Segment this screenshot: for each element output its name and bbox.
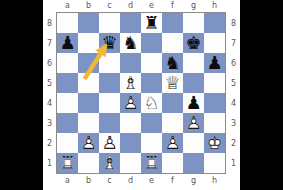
square-e6[interactable] — [141, 53, 162, 73]
square-c6[interactable] — [99, 53, 120, 73]
rank-label-7: 7 — [227, 33, 240, 53]
square-h6[interactable]: ♟ — [204, 53, 225, 73]
file-labels-bottom: abcdefgh — [57, 175, 225, 189]
square-d7[interactable]: ♞ — [120, 33, 141, 53]
white-bishop-fill: ♝ — [99, 153, 120, 173]
square-a3[interactable] — [57, 113, 78, 133]
square-c4[interactable] — [99, 93, 120, 113]
square-a4[interactable] — [57, 93, 78, 113]
white-pawn-fill: ♟ — [78, 133, 99, 153]
square-c3[interactable] — [99, 113, 120, 133]
square-a8[interactable] — [57, 13, 78, 33]
square-c2[interactable]: ♟♙ — [99, 133, 120, 153]
square-a2[interactable] — [57, 133, 78, 153]
square-e4[interactable]: ♞♘ — [141, 93, 162, 113]
square-a5[interactable] — [57, 73, 78, 93]
rank-label-1: 1 — [43, 153, 56, 173]
file-label-d: d — [120, 0, 141, 12]
square-d6[interactable] — [120, 53, 141, 73]
file-label-a: a — [57, 175, 78, 189]
rank-label-2: 2 — [43, 133, 56, 153]
rank-label-8: 8 — [43, 13, 56, 33]
square-e7[interactable] — [141, 33, 162, 53]
square-b8[interactable] — [78, 13, 99, 33]
square-d8[interactable] — [120, 13, 141, 33]
black-pawn: ♟ — [204, 53, 225, 73]
chess-diagram: abcdefgh 87654321 ♜♟♛♞♚♞♟♝♗♛♕♟♙♞♘♟♟♙♟♙♟♙… — [0, 0, 283, 190]
square-d3[interactable] — [120, 113, 141, 133]
square-d5[interactable]: ♝♗ — [120, 73, 141, 93]
square-h3[interactable] — [204, 113, 225, 133]
file-label-h: h — [204, 0, 225, 12]
square-c5[interactable] — [99, 73, 120, 93]
white-bishop: ♗ — [99, 153, 120, 173]
square-e3[interactable] — [141, 113, 162, 133]
square-g8[interactable] — [183, 13, 204, 33]
white-pawn-fill: ♟ — [162, 133, 183, 153]
square-h4[interactable] — [204, 93, 225, 113]
black-king: ♚ — [183, 33, 204, 53]
square-b4[interactable] — [78, 93, 99, 113]
white-pawn: ♙ — [99, 133, 120, 153]
rank-label-5: 5 — [43, 73, 56, 93]
black-rook: ♜ — [141, 13, 162, 33]
rank-label-1: 1 — [227, 153, 240, 173]
square-c1[interactable]: ♝♗ — [99, 153, 120, 173]
file-label-b: b — [78, 0, 99, 12]
file-label-d: d — [120, 175, 141, 189]
square-g7[interactable]: ♚ — [183, 33, 204, 53]
square-e5[interactable] — [141, 73, 162, 93]
square-b1[interactable] — [78, 153, 99, 173]
rank-label-6: 6 — [43, 53, 56, 73]
rank-label-5: 5 — [227, 73, 240, 93]
black-pawn: ♟ — [183, 93, 204, 113]
square-f1[interactable] — [162, 153, 183, 173]
white-rook-fill: ♜ — [141, 153, 162, 173]
square-c8[interactable] — [99, 13, 120, 33]
board-panel: abcdefgh 87654321 ♜♟♛♞♚♞♟♝♗♛♕♟♙♞♘♟♟♙♟♙♟♙… — [43, 0, 240, 190]
white-pawn: ♙ — [162, 133, 183, 153]
file-label-a: a — [57, 0, 78, 12]
file-label-f: f — [162, 175, 183, 189]
square-e1[interactable]: ♜♖ — [141, 153, 162, 173]
square-f5[interactable]: ♛♕ — [162, 73, 183, 93]
square-d1[interactable] — [120, 153, 141, 173]
black-queen: ♛ — [99, 33, 120, 53]
black-knight: ♞ — [120, 33, 141, 53]
square-d2[interactable] — [120, 133, 141, 153]
white-queen: ♕ — [162, 73, 183, 93]
square-g4[interactable]: ♟ — [183, 93, 204, 113]
square-e8[interactable]: ♜ — [141, 13, 162, 33]
white-rook: ♖ — [57, 153, 78, 173]
file-label-e: e — [141, 175, 162, 189]
square-f8[interactable] — [162, 13, 183, 33]
file-label-c: c — [99, 0, 120, 12]
file-labels-top: abcdefgh — [57, 0, 225, 12]
rank-label-3: 3 — [227, 113, 240, 133]
square-g2[interactable] — [183, 133, 204, 153]
rank-labels-right: 87654321 — [227, 13, 240, 173]
white-pawn-fill: ♟ — [183, 113, 204, 133]
file-label-e: e — [141, 0, 162, 12]
square-f7[interactable] — [162, 33, 183, 53]
white-queen-fill: ♛ — [162, 73, 183, 93]
square-b7[interactable] — [78, 33, 99, 53]
square-h2[interactable]: ♚♔ — [204, 133, 225, 153]
square-f4[interactable] — [162, 93, 183, 113]
square-f2[interactable]: ♟♙ — [162, 133, 183, 153]
white-bishop-fill: ♝ — [120, 73, 141, 93]
square-d4[interactable]: ♟♙ — [120, 93, 141, 113]
white-pawn: ♙ — [120, 93, 141, 113]
rank-label-2: 2 — [227, 133, 240, 153]
black-pawn: ♟ — [57, 33, 78, 53]
chess-board: ♜♟♛♞♚♞♟♝♗♛♕♟♙♞♘♟♟♙♟♙♟♙♟♙♚♔♜♖♝♗♜♖ — [56, 12, 226, 174]
white-king: ♔ — [204, 133, 225, 153]
square-b2[interactable]: ♟♙ — [78, 133, 99, 153]
white-pawn-fill: ♟ — [120, 93, 141, 113]
file-label-g: g — [183, 175, 204, 189]
file-label-f: f — [162, 0, 183, 12]
white-pawn-fill: ♟ — [99, 133, 120, 153]
square-a1[interactable]: ♜♖ — [57, 153, 78, 173]
square-b5[interactable] — [78, 73, 99, 93]
file-label-h: h — [204, 175, 225, 189]
rank-label-3: 3 — [43, 113, 56, 133]
square-e2[interactable] — [141, 133, 162, 153]
square-f3[interactable] — [162, 113, 183, 133]
rank-label-4: 4 — [43, 93, 56, 113]
white-king-fill: ♚ — [204, 133, 225, 153]
square-f6[interactable]: ♞ — [162, 53, 183, 73]
white-pawn: ♙ — [78, 133, 99, 153]
white-knight: ♘ — [141, 93, 162, 113]
rank-labels-left: 87654321 — [43, 13, 56, 173]
rank-label-6: 6 — [227, 53, 240, 73]
file-label-g: g — [183, 0, 204, 12]
square-b3[interactable] — [78, 113, 99, 133]
rank-label-8: 8 — [227, 13, 240, 33]
square-a7[interactable]: ♟ — [57, 33, 78, 53]
square-b6[interactable] — [78, 53, 99, 73]
square-a6[interactable] — [57, 53, 78, 73]
rank-label-4: 4 — [227, 93, 240, 113]
white-knight-fill: ♞ — [141, 93, 162, 113]
square-g5[interactable] — [183, 73, 204, 93]
square-g3[interactable]: ♟♙ — [183, 113, 204, 133]
white-rook-fill: ♜ — [57, 153, 78, 173]
board-grid: ♜♟♛♞♚♞♟♝♗♛♕♟♙♞♘♟♟♙♟♙♟♙♟♙♚♔♜♖♝♗♜♖ — [57, 13, 225, 173]
rank-label-7: 7 — [43, 33, 56, 53]
square-h1[interactable] — [204, 153, 225, 173]
square-g6[interactable] — [183, 53, 204, 73]
white-pawn: ♙ — [183, 113, 204, 133]
square-h7[interactable] — [204, 33, 225, 53]
square-h5[interactable] — [204, 73, 225, 93]
square-g1[interactable] — [183, 153, 204, 173]
white-bishop: ♗ — [120, 73, 141, 93]
white-rook: ♖ — [141, 153, 162, 173]
square-h8[interactable] — [204, 13, 225, 33]
file-label-c: c — [99, 175, 120, 189]
square-c7[interactable]: ♛ — [99, 33, 120, 53]
file-label-b: b — [78, 175, 99, 189]
black-knight: ♞ — [162, 53, 183, 73]
